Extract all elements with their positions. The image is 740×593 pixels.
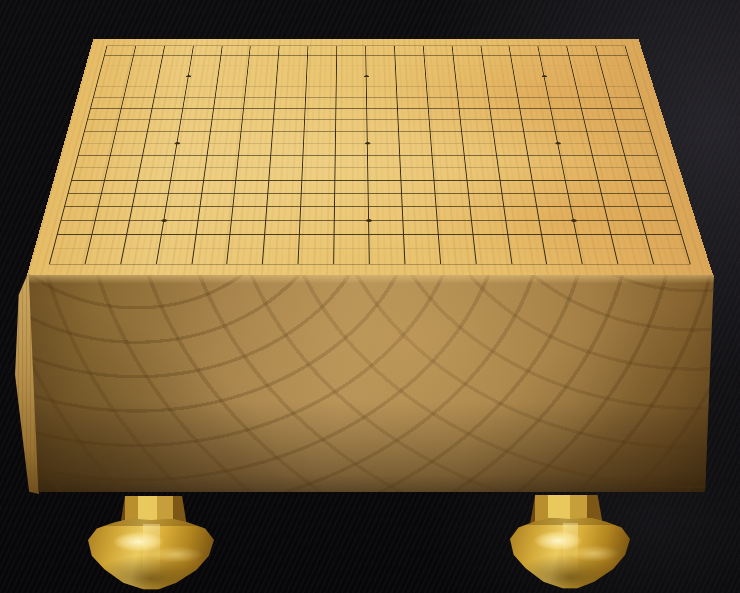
board-cell [427,87,458,98]
board-cell [65,194,102,207]
board-cell [337,66,367,76]
board-cell [615,249,654,264]
board-cell [429,120,461,132]
hoshi-star-point [364,75,369,77]
board-cell [202,181,237,194]
board-cell [464,155,498,167]
board-cell [367,120,399,132]
board-cell [243,109,275,120]
board-cell [305,109,336,120]
board-cell [270,168,304,181]
board-cell [264,235,300,249]
board-cell [398,109,430,120]
board-cell [529,155,564,167]
board-cell [437,221,473,235]
board-cell [200,194,235,207]
board-cell [334,235,369,249]
board-cell [85,249,124,264]
board-cell [577,87,610,98]
board-cell [265,221,300,235]
board-cell [138,168,173,181]
board-cell [602,194,639,207]
board-cell [269,181,303,194]
board-cell [574,221,612,235]
board-cell [277,66,307,76]
board-cell [61,207,98,221]
board-cell [604,76,637,87]
goban-front-face [26,275,716,492]
board-cell [218,66,249,76]
board-cell [368,181,402,194]
board-cell [462,132,495,144]
board-cell [482,56,513,66]
board-cell [502,194,538,207]
board-cell [238,155,271,167]
board-cell [399,132,431,144]
board-cell [188,66,219,76]
board-cell [336,98,367,109]
board-cell [221,46,251,56]
board-cell [129,66,161,76]
board-cell [266,207,301,221]
board-cell [68,181,104,194]
board-cell [558,143,593,155]
board-cell [540,56,571,66]
board-cell [235,181,269,194]
board-cell [105,46,136,56]
hoshi-star-point [365,142,370,144]
board-cell [569,194,606,207]
board-cell [484,66,515,76]
board-cell [304,143,336,155]
board-cell [398,120,430,132]
hoshi-star-point [571,219,577,222]
board-cell [88,109,122,120]
board-cell [613,109,647,120]
board-leg-left [88,496,214,590]
board-cell [175,143,209,155]
board-cell [127,76,159,87]
board-cell [303,155,336,167]
board-cell [425,66,456,76]
board-cell [456,76,487,87]
board-cell [248,66,278,76]
board-cell [159,235,196,249]
board-cell [122,98,155,109]
board-cell [124,87,157,98]
board-cell [132,194,168,207]
board-cell [510,249,548,264]
board-cell [622,143,657,155]
board-cell [549,98,582,109]
board-cell [566,181,602,194]
board-cell [508,235,545,249]
board-cell [403,207,438,221]
board-cell [99,194,135,207]
board-cell [307,66,337,76]
board-cell [510,46,541,56]
board-cell [299,235,334,249]
board-cell [608,221,646,235]
board-cell [612,235,650,249]
board-cell [228,249,265,264]
board-cell [368,143,400,155]
goban-top-surface [27,39,713,275]
board-cell [161,56,192,66]
board-cell [463,143,497,155]
board-cell [108,155,143,167]
board-cell [493,132,526,144]
board-cell [92,221,129,235]
board-cell [579,98,612,109]
board-cell [157,249,195,264]
board-cell [337,76,367,87]
board-cell [593,155,628,167]
board-cell [629,168,665,181]
board-cell [590,143,625,155]
hoshi-star-point [542,75,547,77]
board-cell [75,155,110,167]
board-cell [625,155,661,167]
board-cell [405,249,441,264]
board-cell [58,221,96,235]
board-cell [277,76,307,87]
board-cell [542,235,580,249]
board-cell [632,181,669,194]
board-cell [481,46,511,56]
board-leg-right-foot [510,518,630,589]
board-cell [337,87,367,98]
board-cell [440,249,477,264]
board-cell [275,98,306,109]
board-cell [306,98,337,109]
board-cell [397,98,428,109]
board-cell [231,221,267,235]
board-cell [78,143,113,155]
board-cell [220,56,250,66]
board-cell [270,155,303,167]
board-cell [610,98,644,109]
board-cell [166,194,202,207]
board-cell [209,132,242,144]
board-cell [335,168,368,181]
board-cell [525,132,559,144]
board-cell [582,109,616,120]
board-cell [366,66,396,76]
board-cell [368,132,400,144]
board-cell [308,46,337,56]
board-leg-right [510,495,630,589]
board-cell [212,109,244,120]
board-cell [498,168,533,181]
board-cell [276,87,307,98]
board-cell [179,120,212,132]
board-cell [91,98,124,109]
board-cell [82,132,117,144]
board-cell [116,120,150,132]
board-cell [157,76,189,87]
board-leg-left-foot [88,519,214,590]
board-cell [472,221,508,235]
board-cell [307,76,337,87]
board-cell [366,56,396,66]
board-cell [306,87,337,98]
board-cell [368,168,401,181]
board-cell [515,76,547,87]
board-cell [302,181,336,194]
board-cell [396,66,426,76]
board-cell [234,194,269,207]
board-cell [130,207,167,221]
board-cell [475,249,512,264]
board-cell [605,207,642,221]
board-cell [431,143,464,155]
board-cell [460,120,493,132]
board-cell [244,98,276,109]
board-cell [473,235,510,249]
board-cell [113,132,147,144]
board-cell [567,46,598,56]
board-cell [204,168,238,181]
board-cell [492,120,525,132]
board-cell [190,56,221,66]
board-cell [119,109,152,120]
board-cell [369,235,404,249]
board-cell [439,235,475,249]
board-cell [99,66,131,76]
board-cell [140,155,175,167]
board-cell [432,155,466,167]
board-cell [367,76,397,87]
board-cell [232,207,267,221]
board-cell [198,207,234,221]
board-cell [433,168,467,181]
board-cell [403,221,438,235]
board-cell [97,76,129,87]
board-cell [163,46,194,56]
board-cell [121,249,159,264]
board-cell [168,181,203,194]
board-cell [519,98,552,109]
board-cell [545,249,583,264]
board-cell [205,155,239,167]
board-cell [214,98,246,109]
board-cell [301,207,335,221]
board-cell [336,132,368,144]
board-cell [426,76,457,87]
board-cell [192,249,229,264]
board-cell [500,181,535,194]
board-cell [249,56,279,66]
board-cell [424,56,454,66]
board-cell [271,143,304,155]
board-cell [454,66,485,76]
board-cell [404,235,440,249]
board-cell [367,98,398,109]
board-cell [161,221,198,235]
board-cell [134,46,165,56]
board-cell [95,207,132,221]
board-cell [183,98,215,109]
board-cell [428,98,460,109]
board-cell [616,120,651,132]
board-cell [395,56,425,66]
board-cell [50,249,89,264]
board-cell [511,56,542,66]
board-cell [369,221,404,235]
board-cell [570,56,602,66]
board-cell [105,168,141,181]
board-cell [457,87,489,98]
board-cell [367,87,398,98]
board-cell [646,235,685,249]
board-cell [401,168,435,181]
board-cell [497,155,531,167]
board-cell [556,132,590,144]
board-cell [430,132,463,144]
board-cell [517,87,549,98]
board-cell [396,76,427,87]
board-cell [607,87,640,98]
board-cell [488,98,520,109]
board-cell [423,46,453,56]
board-cell [274,109,306,120]
board-cell [485,76,517,87]
board-cell [308,56,338,66]
board-cell [111,143,146,155]
board-cell [54,235,92,249]
board-cell [300,221,335,235]
board-cell [135,181,171,194]
board-cell [400,155,433,167]
board-cell [194,235,231,249]
board-cell [587,132,622,144]
board-cell [434,181,468,194]
board-cell [334,249,370,264]
board-cell [187,76,218,87]
board-cell [436,207,471,221]
board-cell [154,87,186,98]
board-cell [487,87,519,98]
board-cell [241,132,274,144]
board-cell [185,87,217,98]
board-cell [336,109,367,120]
board-cell [247,76,278,87]
board-cell [299,249,335,264]
board-cell [148,120,181,132]
board-cell [596,168,632,181]
board-cell [506,221,543,235]
board-cell [150,109,183,120]
board-cell [551,109,584,120]
board-cell [94,87,127,98]
board-cell [523,120,556,132]
board-cell [145,132,179,144]
board-cell [435,194,470,207]
board-cell [229,235,265,249]
board-cell [367,109,398,120]
board-cell [571,207,608,221]
board-cell [533,181,569,194]
board-cell [601,66,633,76]
board-cell [554,120,588,132]
board-cell [453,56,483,66]
board-cell [370,249,406,264]
board-cell [521,109,554,120]
board-cell [495,143,529,155]
board-cell [278,56,308,66]
board-cell [467,181,502,194]
board-cell [177,132,210,144]
board-cell [540,221,577,235]
board-cell [127,221,164,235]
board-cell [143,143,177,155]
board-cell [171,168,206,181]
board-cell [85,120,119,132]
board-cell [650,249,689,264]
board-cell [279,46,308,56]
board-cell [490,109,523,120]
board-cell [547,87,580,98]
board-cell [538,207,575,221]
board-cell [335,221,370,235]
board-cell [585,120,619,132]
board-cell [535,194,571,207]
board-cell [335,207,369,221]
board-cell [538,46,569,56]
board-cell [159,66,190,76]
board-cell [545,76,577,87]
board-cell [335,194,369,207]
board-cell [395,46,425,56]
photo-background [0,0,740,593]
board-cell [181,109,214,120]
board-cell [302,168,335,181]
board-cell [263,249,299,264]
board-cell [428,109,460,120]
board-cell [250,46,280,56]
board-cell [577,235,615,249]
board-cell [268,194,302,207]
board-cell [366,46,395,56]
board-cell [207,143,240,155]
board-cell [72,168,108,181]
board-cell [336,155,369,167]
board-cell [335,181,368,194]
board-cell [635,194,672,207]
board-cell [563,168,599,181]
board-cell [599,181,635,194]
board-cell [513,66,544,76]
board-cell [237,168,271,181]
board-cell [336,120,367,132]
board-cell [369,207,403,221]
board-cell [452,46,482,56]
board-cell [639,207,677,221]
board-cell [543,66,575,76]
board-cell [643,221,681,235]
board-cell [131,56,162,66]
board-cell [580,249,619,264]
board-cell [504,207,540,221]
board-cell [401,181,435,194]
board-cell [572,66,604,76]
board-cell [210,120,243,132]
board-cell [574,76,607,87]
board-cell [368,155,401,167]
board-cell [164,207,200,221]
board-cell [599,56,631,66]
